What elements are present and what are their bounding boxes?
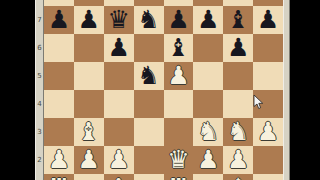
square-h7[interactable]: ♟ xyxy=(253,6,283,34)
piece-black-bishop-g7[interactable]: ♝ xyxy=(223,6,253,34)
piece-black-pawn-h7[interactable]: ♟ xyxy=(253,6,283,34)
piece-white-queen-e2[interactable]: ♛ xyxy=(164,146,194,174)
piece-black-pawn-e7[interactable]: ♟ xyxy=(164,6,194,34)
square-e7[interactable]: ♟ xyxy=(164,6,194,34)
piece-white-pawn-g2[interactable]: ♟ xyxy=(223,146,253,174)
piece-white-knight-f3[interactable]: ♞ xyxy=(193,118,223,146)
square-a3[interactable] xyxy=(44,118,74,146)
rank-label-5: 5 xyxy=(36,72,43,80)
square-e5[interactable]: ♟ xyxy=(164,62,194,90)
piece-black-pawn-c6[interactable]: ♟ xyxy=(104,34,134,62)
piece-black-pawn-g6[interactable]: ♟ xyxy=(223,34,253,62)
rank-label-7: 7 xyxy=(36,16,43,24)
piece-white-pawn-a2[interactable]: ♟ xyxy=(44,146,74,174)
square-e2[interactable]: ♛ xyxy=(164,146,194,174)
square-h5[interactable] xyxy=(253,62,283,90)
square-a5[interactable] xyxy=(44,62,74,90)
piece-white-pawn-e5[interactable]: ♟ xyxy=(164,62,194,90)
square-b2[interactable]: ♟ xyxy=(74,146,104,174)
square-h2[interactable] xyxy=(253,146,283,174)
square-g6[interactable]: ♟ xyxy=(223,34,253,62)
square-g2[interactable]: ♟ xyxy=(223,146,253,174)
square-g3[interactable]: ♞ xyxy=(223,118,253,146)
square-c2[interactable]: ♟ xyxy=(104,146,134,174)
piece-white-bishop-b3[interactable]: ♝ xyxy=(74,118,104,146)
square-d7[interactable]: ♞ xyxy=(134,6,164,34)
square-e6[interactable]: ♝ xyxy=(164,34,194,62)
square-g7[interactable]: ♝ xyxy=(223,6,253,34)
piece-white-pawn-b2[interactable]: ♟ xyxy=(74,146,104,174)
right-scrollbar-strip[interactable] xyxy=(283,0,290,180)
piece-black-bishop-e6[interactable]: ♝ xyxy=(164,34,194,62)
rank-label-2: 2 xyxy=(36,156,43,164)
piece-black-pawn-f7[interactable]: ♟ xyxy=(193,6,223,34)
square-h3[interactable]: ♟ xyxy=(253,118,283,146)
square-a2[interactable]: ♟ xyxy=(44,146,74,174)
piece-black-pawn-b7[interactable]: ♟ xyxy=(74,6,104,34)
piece-black-pawn-a7[interactable]: ♟ xyxy=(44,6,74,34)
square-c1[interactable]: ♝ xyxy=(104,174,134,180)
square-f3[interactable]: ♞ xyxy=(193,118,223,146)
square-f5[interactable] xyxy=(193,62,223,90)
square-f7[interactable]: ♟ xyxy=(193,6,223,34)
square-b5[interactable] xyxy=(74,62,104,90)
chess-board: ♜♜♚♟♟♛♞♟♟♝♟♟♝♟♞♟♝♞♞♟♟♟♟♛♟♟♜♝♜♚ xyxy=(44,0,283,180)
square-g1[interactable]: ♚ xyxy=(223,174,253,180)
piece-white-pawn-c2[interactable]: ♟ xyxy=(104,146,134,174)
piece-white-rook-a1[interactable]: ♜ xyxy=(44,174,74,180)
rank-label-4: 4 xyxy=(36,100,43,108)
square-c6[interactable]: ♟ xyxy=(104,34,134,62)
piece-black-knight-d5[interactable]: ♞ xyxy=(134,62,164,90)
square-b6[interactable] xyxy=(74,34,104,62)
square-a6[interactable] xyxy=(44,34,74,62)
piece-white-rook-e1[interactable]: ♜ xyxy=(164,174,194,180)
square-c3[interactable] xyxy=(104,118,134,146)
square-a7[interactable]: ♟ xyxy=(44,6,74,34)
square-f2[interactable]: ♟ xyxy=(193,146,223,174)
square-d1[interactable] xyxy=(134,174,164,180)
square-b4[interactable] xyxy=(74,90,104,118)
square-b1[interactable] xyxy=(74,174,104,180)
square-g5[interactable] xyxy=(223,62,253,90)
piece-black-queen-c7[interactable]: ♛ xyxy=(104,6,134,34)
square-c4[interactable] xyxy=(104,90,134,118)
left-scrollbar-strip[interactable]: 765432 xyxy=(35,0,44,180)
square-d5[interactable]: ♞ xyxy=(134,62,164,90)
square-f4[interactable] xyxy=(193,90,223,118)
piece-black-knight-d7[interactable]: ♞ xyxy=(134,6,164,34)
piece-white-knight-g3[interactable]: ♞ xyxy=(223,118,253,146)
square-e4[interactable] xyxy=(164,90,194,118)
square-a1[interactable]: ♜ xyxy=(44,174,74,180)
square-d6[interactable] xyxy=(134,34,164,62)
square-f1[interactable] xyxy=(193,174,223,180)
mouse-cursor-icon xyxy=(253,95,264,110)
piece-white-king-g1[interactable]: ♚ xyxy=(223,174,253,180)
square-d4[interactable] xyxy=(134,90,164,118)
square-d2[interactable] xyxy=(134,146,164,174)
square-b3[interactable]: ♝ xyxy=(74,118,104,146)
square-c7[interactable]: ♛ xyxy=(104,6,134,34)
square-h1[interactable] xyxy=(253,174,283,180)
square-f6[interactable] xyxy=(193,34,223,62)
square-a4[interactable] xyxy=(44,90,74,118)
piece-white-pawn-h3[interactable]: ♟ xyxy=(253,118,283,146)
rank-label-6: 6 xyxy=(36,44,43,52)
square-g4[interactable] xyxy=(223,90,253,118)
square-h6[interactable] xyxy=(253,34,283,62)
board-viewport: ♜♜♚♟♟♛♞♟♟♝♟♟♝♟♞♟♝♞♞♟♟♟♟♛♟♟♜♝♜♚ xyxy=(44,0,283,180)
square-d3[interactable] xyxy=(134,118,164,146)
square-e1[interactable]: ♜ xyxy=(164,174,194,180)
square-e3[interactable] xyxy=(164,118,194,146)
square-c5[interactable] xyxy=(104,62,134,90)
piece-white-pawn-f2[interactable]: ♟ xyxy=(193,146,223,174)
piece-white-bishop-c1[interactable]: ♝ xyxy=(104,174,134,180)
rank-label-3: 3 xyxy=(36,128,43,136)
square-b7[interactable]: ♟ xyxy=(74,6,104,34)
